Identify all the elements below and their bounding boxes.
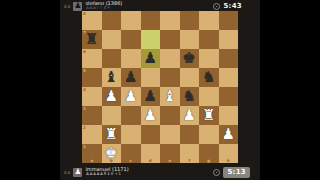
square-f8[interactable] <box>180 11 200 30</box>
white-pawn-d3[interactable]: ♟ <box>144 108 157 123</box>
top-eval-label: 0.0 <box>64 4 70 9</box>
file-label-f: f <box>188 159 190 163</box>
square-d3[interactable]: ♟ <box>141 106 161 125</box>
white-rook-g3[interactable]: ♜ <box>202 108 215 123</box>
square-f7[interactable] <box>180 30 200 49</box>
screenshot-root: { "game": "chess", "app": "lichess-mobil… <box>0 0 320 180</box>
square-e2[interactable] <box>160 125 180 144</box>
white-rook-b2[interactable]: ♜ <box>105 127 118 142</box>
square-a8[interactable]: 8 <box>82 11 102 30</box>
square-e5[interactable] <box>160 68 180 87</box>
black-bishop-b5[interactable]: ♝ <box>105 70 118 85</box>
square-c5[interactable]: ♟ <box>121 68 141 87</box>
square-c8[interactable] <box>121 11 141 30</box>
app-content: 0.0 ♟ stefano (1386) ♙♙♙♘♘♗♕ 5:43 87♜6♟♚… <box>60 0 260 180</box>
square-f4[interactable]: ♞ <box>180 87 200 106</box>
square-h1[interactable]: h <box>219 144 239 163</box>
square-a1[interactable]: 1a <box>82 144 102 163</box>
file-label-h: h <box>227 159 230 163</box>
square-e1[interactable]: e <box>160 144 180 163</box>
square-c4[interactable]: ♟ <box>121 87 141 106</box>
black-rook-a7[interactable]: ♜ <box>85 32 98 47</box>
bottom-player-info: immanuel (1171) ♟♟♟♟♟♜♝♛ +1 <box>85 167 128 177</box>
square-e7[interactable] <box>160 30 180 49</box>
square-d8[interactable] <box>141 11 161 30</box>
square-d7[interactable] <box>141 30 161 49</box>
square-d6[interactable]: ♟ <box>141 49 161 68</box>
square-g8[interactable] <box>199 11 219 30</box>
top-player-info: stefano (1386) ♙♙♙♘♘♗♕ <box>85 1 122 11</box>
bottom-captured-glyphs: ♟♟♟♟♟♜♝♛ <box>85 171 113 176</box>
square-f1[interactable]: f <box>180 144 200 163</box>
square-a4[interactable]: 4 <box>82 87 102 106</box>
square-h3[interactable] <box>219 106 239 125</box>
square-e8[interactable] <box>160 11 180 30</box>
bottom-player-clock: 5:13 <box>223 167 250 178</box>
square-c1[interactable]: c <box>121 144 141 163</box>
rank-label-1: 1 <box>83 145 86 149</box>
square-h4[interactable] <box>219 87 239 106</box>
file-label-g: g <box>207 159 210 163</box>
square-h5[interactable] <box>219 68 239 87</box>
square-h8[interactable] <box>219 11 239 30</box>
square-d2[interactable] <box>141 125 161 144</box>
square-g7[interactable] <box>199 30 219 49</box>
square-a5[interactable]: 5 <box>82 68 102 87</box>
square-c6[interactable] <box>121 49 141 68</box>
square-d5[interactable] <box>141 68 161 87</box>
square-b5[interactable]: ♝ <box>102 68 122 87</box>
square-g5[interactable]: ♞ <box>199 68 219 87</box>
square-b4[interactable]: ♟ <box>102 87 122 106</box>
square-g1[interactable]: g <box>199 144 219 163</box>
square-c7[interactable] <box>121 30 141 49</box>
square-b8[interactable] <box>102 11 122 30</box>
bottom-player-captured-pieces: ♟♟♟♟♟♜♝♛ +1 <box>85 172 128 177</box>
square-b1[interactable]: b♚ <box>102 144 122 163</box>
white-pawn-c4[interactable]: ♟ <box>124 89 137 104</box>
black-pawn-c5[interactable]: ♟ <box>124 70 137 85</box>
square-b2[interactable]: ♜ <box>102 125 122 144</box>
rank-label-7: 7 <box>83 31 86 35</box>
file-label-b: b <box>110 159 113 163</box>
square-d4[interactable]: ♟ <box>141 87 161 106</box>
white-pawn-b4[interactable]: ♟ <box>105 89 118 104</box>
file-label-c: c <box>130 159 132 163</box>
white-pawn-f3[interactable]: ♟ <box>183 108 196 123</box>
square-h7[interactable] <box>219 30 239 49</box>
file-label-d: d <box>149 159 152 163</box>
square-a6[interactable]: 6 <box>82 49 102 68</box>
file-label-a: a <box>90 159 93 163</box>
rank-label-3: 3 <box>83 107 86 111</box>
square-e6[interactable] <box>160 49 180 68</box>
timer-icon[interactable] <box>213 3 220 10</box>
file-label-e: e <box>168 159 171 163</box>
square-b3[interactable] <box>102 106 122 125</box>
square-e3[interactable] <box>160 106 180 125</box>
rank-label-2: 2 <box>83 126 86 130</box>
black-king-f6[interactable]: ♚ <box>183 51 196 66</box>
square-c2[interactable] <box>121 125 141 144</box>
black-pawn-d6[interactable]: ♟ <box>144 51 157 66</box>
square-b6[interactable] <box>102 49 122 68</box>
white-bishop-e4[interactable]: ♝ <box>163 89 176 104</box>
rank-label-5: 5 <box>83 69 86 73</box>
top-player-avatar-pawn-icon[interactable]: ♟ <box>73 2 82 11</box>
rank-label-6: 6 <box>83 50 86 54</box>
rank-label-8: 8 <box>83 12 86 16</box>
material-advantage: +1 <box>115 171 122 176</box>
black-pawn-d4[interactable]: ♟ <box>144 89 157 104</box>
square-f6[interactable]: ♚ <box>180 49 200 68</box>
square-g2[interactable] <box>199 125 219 144</box>
square-h2[interactable]: ♟ <box>219 125 239 144</box>
square-c3[interactable] <box>121 106 141 125</box>
square-b7[interactable] <box>102 30 122 49</box>
rank-label-4: 4 <box>83 88 86 92</box>
white-pawn-h2[interactable]: ♟ <box>222 127 235 142</box>
square-g6[interactable] <box>199 49 219 68</box>
bottom-eval-label: 0.0 <box>64 170 70 175</box>
square-f3[interactable]: ♟ <box>180 106 200 125</box>
black-knight-f4[interactable]: ♞ <box>183 89 196 104</box>
square-a7[interactable]: 7♜ <box>82 30 102 49</box>
top-player-clock: 5:43 <box>223 2 242 10</box>
square-g3[interactable]: ♜ <box>199 106 219 125</box>
square-d1[interactable]: d <box>141 144 161 163</box>
square-h6[interactable] <box>219 49 239 68</box>
timer-icon[interactable] <box>213 169 220 176</box>
square-g4[interactable] <box>199 87 219 106</box>
square-e4[interactable]: ♝ <box>160 87 180 106</box>
square-a2[interactable]: 2 <box>82 125 102 144</box>
square-f2[interactable] <box>180 125 200 144</box>
square-f5[interactable] <box>180 68 200 87</box>
bottom-player-avatar-pawn-icon[interactable]: ♟ <box>73 168 82 177</box>
bottom-player-bar: 0.0 ♟ immanuel (1171) ♟♟♟♟♟♜♝♛ +1 5:13 <box>60 164 260 180</box>
black-knight-g5[interactable]: ♞ <box>202 70 215 85</box>
square-a3[interactable]: 3 <box>82 106 102 125</box>
chess-board[interactable]: 87♜6♟♚5♝♟♞4♟♟♟♝♞3♟♟♜2♜♟1ab♚cdefgh <box>82 11 238 163</box>
